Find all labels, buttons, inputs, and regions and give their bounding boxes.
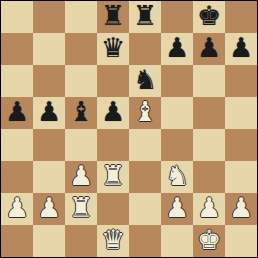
square-g1[interactable]: ♚	[193, 225, 225, 257]
piece-black-knight[interactable]: ♞	[133, 65, 157, 96]
square-e6[interactable]: ♞	[129, 65, 161, 97]
square-h1[interactable]	[225, 225, 257, 257]
square-a3[interactable]	[1, 161, 33, 193]
square-g3[interactable]	[193, 161, 225, 193]
piece-white-queen[interactable]: ♛	[101, 225, 125, 256]
piece-black-pawn[interactable]: ♟	[165, 33, 189, 64]
square-c5[interactable]: ♝	[65, 97, 97, 129]
square-c6[interactable]	[65, 65, 97, 97]
square-e8[interactable]: ♜	[129, 1, 161, 33]
piece-white-rook[interactable]: ♜	[101, 161, 125, 192]
piece-black-queen[interactable]: ♛	[101, 33, 125, 64]
piece-white-pawn[interactable]: ♟	[5, 193, 29, 224]
square-a4[interactable]	[1, 129, 33, 161]
piece-white-knight[interactable]: ♞	[165, 161, 189, 192]
square-c2[interactable]: ♜	[65, 193, 97, 225]
square-a8[interactable]	[1, 1, 33, 33]
piece-black-pawn[interactable]: ♟	[229, 33, 253, 64]
square-e1[interactable]	[129, 225, 161, 257]
square-b3[interactable]	[33, 161, 65, 193]
square-d4[interactable]	[97, 129, 129, 161]
square-a7[interactable]	[1, 33, 33, 65]
square-g8[interactable]: ♚	[193, 1, 225, 33]
square-d5[interactable]: ♟	[97, 97, 129, 129]
square-g4[interactable]	[193, 129, 225, 161]
square-h6[interactable]	[225, 65, 257, 97]
square-f5[interactable]	[161, 97, 193, 129]
square-g6[interactable]	[193, 65, 225, 97]
square-a6[interactable]	[1, 65, 33, 97]
square-h5[interactable]	[225, 97, 257, 129]
square-h8[interactable]	[225, 1, 257, 33]
piece-white-pawn[interactable]: ♟	[69, 161, 93, 192]
piece-white-king[interactable]: ♚	[197, 225, 221, 256]
square-d1[interactable]: ♛	[97, 225, 129, 257]
square-b4[interactable]	[33, 129, 65, 161]
square-a1[interactable]	[1, 225, 33, 257]
piece-white-rook[interactable]: ♜	[69, 193, 93, 224]
square-f1[interactable]	[161, 225, 193, 257]
square-f4[interactable]	[161, 129, 193, 161]
square-b7[interactable]	[33, 33, 65, 65]
chess-diagram: ♜♜♚♛♟♟♟♞♟♟♝♟♝♟♜♞♟♟♜♟♟♟♛♚	[0, 0, 258, 258]
chess-board: ♜♜♚♛♟♟♟♞♟♟♝♟♝♟♜♞♟♟♜♟♟♟♛♚	[0, 0, 258, 258]
square-e4[interactable]	[129, 129, 161, 161]
piece-black-pawn[interactable]: ♟	[101, 97, 125, 128]
square-f2[interactable]: ♟	[161, 193, 193, 225]
square-c7[interactable]	[65, 33, 97, 65]
square-d2[interactable]	[97, 193, 129, 225]
square-b5[interactable]: ♟	[33, 97, 65, 129]
square-f7[interactable]: ♟	[161, 33, 193, 65]
square-f8[interactable]	[161, 1, 193, 33]
square-h2[interactable]: ♟	[225, 193, 257, 225]
square-c4[interactable]	[65, 129, 97, 161]
square-b1[interactable]	[33, 225, 65, 257]
square-f3[interactable]: ♞	[161, 161, 193, 193]
piece-white-bishop[interactable]: ♝	[133, 97, 157, 128]
square-d3[interactable]: ♜	[97, 161, 129, 193]
square-e7[interactable]	[129, 33, 161, 65]
square-h7[interactable]: ♟	[225, 33, 257, 65]
square-g7[interactable]: ♟	[193, 33, 225, 65]
square-a5[interactable]: ♟	[1, 97, 33, 129]
square-b2[interactable]: ♟	[33, 193, 65, 225]
square-f6[interactable]	[161, 65, 193, 97]
piece-black-pawn[interactable]: ♟	[37, 97, 61, 128]
square-b8[interactable]	[33, 1, 65, 33]
square-h4[interactable]	[225, 129, 257, 161]
square-c1[interactable]	[65, 225, 97, 257]
square-d6[interactable]	[97, 65, 129, 97]
square-e3[interactable]	[129, 161, 161, 193]
square-e5[interactable]: ♝	[129, 97, 161, 129]
square-h3[interactable]	[225, 161, 257, 193]
piece-black-rook[interactable]: ♜	[133, 1, 157, 32]
square-e2[interactable]	[129, 193, 161, 225]
square-c3[interactable]: ♟	[65, 161, 97, 193]
square-d7[interactable]: ♛	[97, 33, 129, 65]
square-g5[interactable]	[193, 97, 225, 129]
piece-white-pawn[interactable]: ♟	[229, 193, 253, 224]
piece-white-pawn[interactable]: ♟	[37, 193, 61, 224]
piece-black-pawn[interactable]: ♟	[197, 33, 221, 64]
piece-white-pawn[interactable]: ♟	[165, 193, 189, 224]
square-g2[interactable]: ♟	[193, 193, 225, 225]
square-b6[interactable]	[33, 65, 65, 97]
piece-black-bishop[interactable]: ♝	[69, 97, 93, 128]
square-d8[interactable]: ♜	[97, 1, 129, 33]
piece-black-rook[interactable]: ♜	[101, 1, 125, 32]
piece-black-king[interactable]: ♚	[197, 1, 221, 32]
square-a2[interactable]: ♟	[1, 193, 33, 225]
piece-black-pawn[interactable]: ♟	[5, 97, 29, 128]
square-c8[interactable]	[65, 1, 97, 33]
piece-white-pawn[interactable]: ♟	[197, 193, 221, 224]
